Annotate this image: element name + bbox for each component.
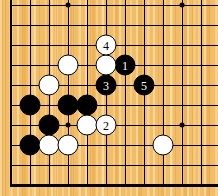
- board-horizontal-line: [10, 5, 218, 6]
- black-stone-h6: 5: [134, 75, 155, 96]
- black-stone-b3: [20, 135, 41, 156]
- move-number-label: 2: [103, 119, 109, 131]
- white-stone-c6: [39, 75, 60, 96]
- board-vertical-line: [201, 0, 202, 186]
- board-vertical-line: [182, 0, 183, 186]
- board-vertical-line: [68, 0, 69, 186]
- move-number-label: 1: [122, 59, 128, 71]
- black-stone-c4: [39, 115, 60, 136]
- board-vertical-line: [163, 0, 164, 186]
- move-number-label: 5: [141, 79, 147, 91]
- board-horizontal-line: [10, 105, 218, 106]
- star-point-d4: [66, 123, 71, 128]
- black-stone-g7: 1: [115, 55, 136, 76]
- board-vertical-line: [87, 0, 88, 186]
- white-stone-d7: [58, 55, 79, 76]
- go-board-diagram: 31524: [0, 0, 218, 196]
- white-stone-f8: 4: [96, 35, 117, 56]
- black-stone-d5: [58, 95, 79, 116]
- board-vertical-line: [125, 0, 126, 186]
- star-point-k10: [180, 3, 185, 8]
- black-stone-b5: [20, 95, 41, 116]
- move-number-label: 3: [103, 79, 109, 91]
- board-left-edge-line: [10, 0, 12, 187]
- star-point-k4: [180, 123, 185, 128]
- black-stone-e5: [77, 95, 98, 116]
- white-stone-f4: 2: [96, 115, 117, 136]
- board-bottom-edge-line: [10, 184, 218, 187]
- star-point-d10: [66, 3, 71, 8]
- white-stone-e4: [77, 115, 98, 136]
- black-stone-f6: 3: [96, 75, 117, 96]
- move-number-label: 4: [103, 39, 109, 51]
- board-vertical-line: [30, 0, 31, 186]
- board-horizontal-line: [10, 165, 218, 166]
- white-stone-f7: [96, 55, 117, 76]
- white-stone-j3: [153, 135, 174, 156]
- board-horizontal-line: [10, 25, 218, 26]
- white-stone-d3: [58, 135, 79, 156]
- white-stone-c3: [39, 135, 60, 156]
